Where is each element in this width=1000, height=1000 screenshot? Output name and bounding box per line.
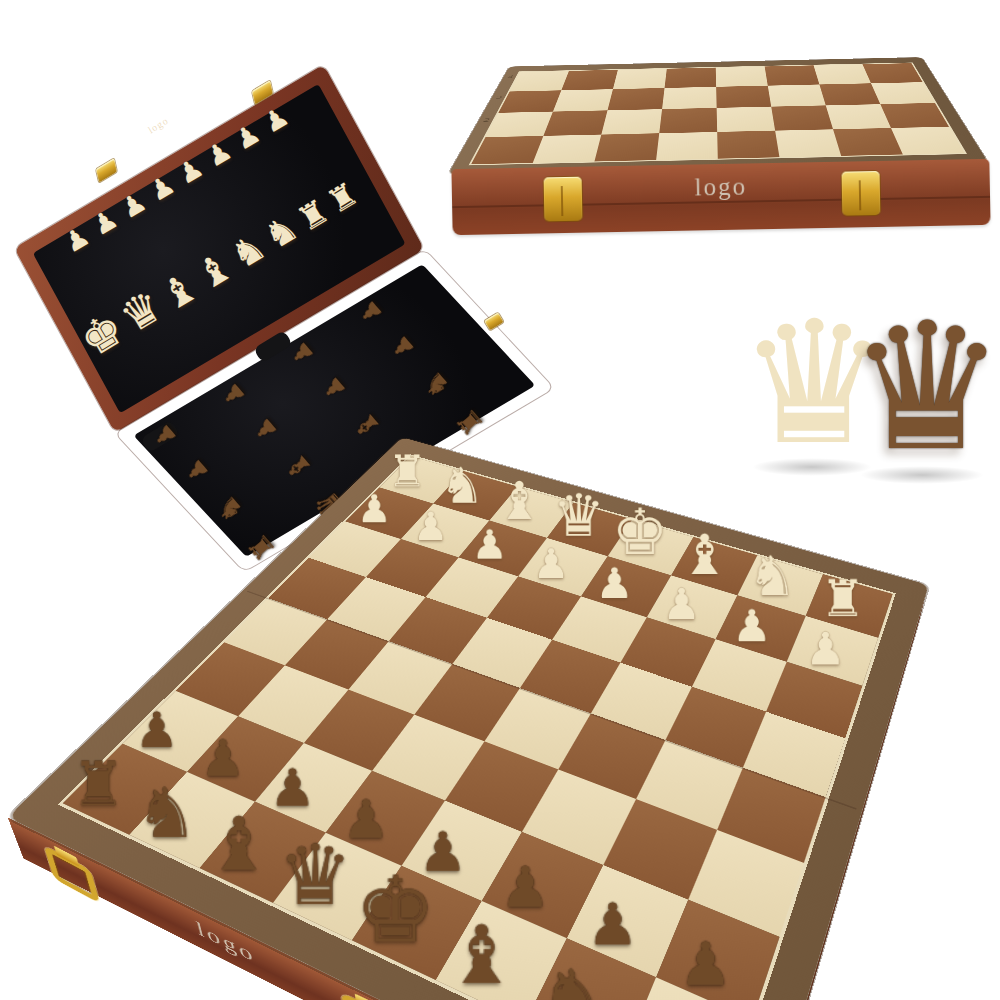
closed-board-square — [716, 66, 768, 86]
closed-board-square — [814, 64, 871, 84]
piece-black-pawn: ♟ — [269, 762, 315, 814]
closed-board-square — [771, 105, 833, 130]
lid-logo-engraving: logo — [146, 115, 170, 136]
gold-hinge — [96, 158, 117, 182]
piece-black-queen: ♛ — [278, 834, 353, 917]
piece-white-rook: ♜ — [388, 450, 427, 494]
closed-board-square — [613, 69, 667, 89]
piece-black-bishop: ♝ — [206, 808, 272, 882]
closed-board-square — [717, 130, 779, 158]
closed-board-square — [594, 133, 659, 161]
product-photo-stage: logo ♟♟♟♟♟♟♟♟ ♚♛♝♝♞♞♜♜ ♟♟♟♟ ♟♟♟♟ ♞♝♝♞ ♜♛… — [0, 0, 1000, 1000]
piece-black-pawn: ♟ — [586, 895, 638, 953]
closed-board-square — [665, 68, 717, 88]
piece-black-knight: ♞ — [537, 959, 609, 1000]
closed-board-square — [533, 134, 602, 163]
closed-board-square — [662, 87, 717, 109]
open-board-view: ♜♞♝♛♚♝♞♜♟♟♟♟♟♟♟♟♟♟♟♟♟♟♟♟♜♞♝♛♚♝♞♜ logo — [0, 400, 1000, 1000]
gold-latch — [842, 171, 881, 216]
closed-board-square — [716, 85, 771, 107]
piece-black-pawn: ♟ — [200, 733, 245, 783]
closed-board-square — [656, 132, 718, 160]
piece-white-pawn: ♟ — [663, 582, 702, 625]
closed-box-top: 432 — [448, 57, 988, 174]
piece-black-bishop: ♝ — [446, 915, 518, 996]
closed-box-logo: logo — [452, 168, 990, 206]
closed-box-checkerboard — [469, 62, 967, 165]
piece-black-king: ♚ — [355, 865, 437, 956]
closed-box-front: logo — [451, 159, 990, 235]
piece-white-pawn: ♟ — [472, 524, 508, 564]
gold-latch — [544, 177, 583, 222]
piece-white-pawn: ♟ — [533, 543, 570, 584]
closed-board-square — [553, 89, 613, 112]
piece-white-pawn: ♟ — [596, 562, 634, 604]
piece-white-pawn: ♟ — [732, 603, 772, 647]
piece-white-pawn: ♟ — [357, 489, 392, 528]
piece-black-knight: ♞ — [136, 778, 198, 847]
piece-white-pawn: ♟ — [413, 506, 448, 546]
closed-board-square — [498, 90, 561, 113]
closed-board-square — [891, 126, 965, 154]
piece-white-bishop: ♝ — [680, 527, 730, 583]
closed-board-square — [871, 82, 935, 104]
closed-board-square — [765, 65, 820, 85]
piece-white-king: ♚ — [612, 500, 669, 563]
closed-board-square — [717, 107, 775, 132]
closed-board-square — [775, 129, 841, 157]
closed-board-square — [862, 63, 922, 83]
closed-board-square — [510, 71, 569, 91]
closed-board-square — [819, 83, 880, 105]
piece-white-rook: ♜ — [820, 574, 865, 625]
piece-black-pawn: ♟ — [135, 706, 179, 755]
closed-board-square — [561, 70, 617, 90]
piece-black-rook: ♜ — [72, 755, 126, 816]
closed-board-square — [659, 108, 717, 133]
closed-board-square — [601, 109, 662, 134]
board-square — [304, 689, 415, 770]
board-3d: ♜♞♝♛♚♝♞♜♟♟♟♟♟♟♟♟♟♟♟♟♟♟♟♟♜♞♝♛♚♝♞♜ logo — [8, 437, 929, 1000]
piece-white-pawn: ♟ — [805, 626, 846, 671]
closed-board-square — [543, 110, 607, 135]
piece-white-knight: ♞ — [748, 548, 797, 603]
board-square — [766, 662, 862, 739]
closed-board-square — [608, 88, 665, 111]
closed-board-square — [880, 103, 948, 128]
piece-white-queen: ♛ — [552, 487, 604, 545]
piece-black-pawn: ♟ — [678, 934, 732, 994]
closed-board-square — [486, 112, 553, 137]
closed-board-square — [768, 84, 826, 106]
piece-white-bishop: ♝ — [496, 475, 543, 527]
